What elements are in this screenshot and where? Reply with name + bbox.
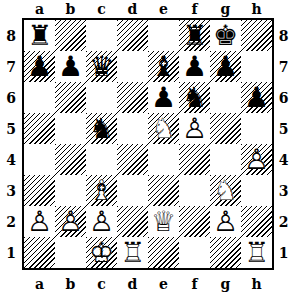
square-b2[interactable]: ♟♙ [55, 206, 86, 237]
board: ♜♜♚♟♟♛♝♟♟♟♞♟♞♞♘♟♙♟♙♝♗♞♘♟♙♟♙♟♙♛♕♟♙♚♔♜♖♜♖ [22, 18, 274, 270]
square-f3[interactable] [179, 175, 210, 206]
square-h5[interactable] [241, 113, 272, 144]
rank-label: 8 [6, 29, 16, 43]
square-c5[interactable]: ♞ [86, 113, 117, 144]
black-pawn-piece: ♟ [148, 82, 179, 113]
square-d2[interactable] [117, 206, 148, 237]
rank-label: 7 [279, 60, 289, 74]
square-a1[interactable] [24, 237, 55, 268]
square-h8[interactable] [241, 20, 272, 51]
square-f1[interactable] [179, 237, 210, 268]
black-bishop-piece: ♝ [148, 51, 179, 82]
file-label: e [148, 277, 179, 291]
square-h1[interactable]: ♜♖ [241, 237, 272, 268]
square-f2[interactable] [179, 206, 210, 237]
white-pawn-piece: ♟♙ [86, 206, 117, 237]
square-f8[interactable]: ♜ [179, 20, 210, 51]
square-g1[interactable] [210, 237, 241, 268]
black-pawn-piece: ♟ [241, 82, 272, 113]
square-e8[interactable] [148, 20, 179, 51]
white-pawn-piece: ♟♙ [24, 206, 55, 237]
square-h4[interactable]: ♟♙ [241, 144, 272, 175]
black-king-piece: ♚ [210, 20, 241, 51]
file-label: d [117, 2, 148, 16]
black-pawn-piece: ♟ [179, 51, 210, 82]
rank-label: 5 [279, 122, 289, 136]
square-c2[interactable]: ♟♙ [86, 206, 117, 237]
rank-label: 4 [279, 153, 289, 167]
square-h2[interactable] [241, 206, 272, 237]
black-rook-piece: ♜ [179, 20, 210, 51]
square-e7[interactable]: ♝ [148, 51, 179, 82]
square-b3[interactable] [55, 175, 86, 206]
rank-label: 1 [6, 246, 16, 260]
square-g4[interactable] [210, 144, 241, 175]
square-a4[interactable] [24, 144, 55, 175]
square-e6[interactable]: ♟ [148, 82, 179, 113]
file-labels-top: a b c d e f g h [22, 0, 274, 18]
rank-label: 6 [279, 91, 289, 105]
black-knight-piece: ♞ [179, 82, 210, 113]
square-h6[interactable]: ♟ [241, 82, 272, 113]
white-rook-piece: ♜♖ [117, 237, 148, 268]
square-d6[interactable] [117, 82, 148, 113]
square-e1[interactable] [148, 237, 179, 268]
file-label: d [117, 277, 148, 291]
square-e5[interactable]: ♞♘ [148, 113, 179, 144]
square-b7[interactable]: ♟ [55, 51, 86, 82]
file-label: h [241, 277, 272, 291]
square-f7[interactable]: ♟ [179, 51, 210, 82]
square-h3[interactable] [241, 175, 272, 206]
square-c7[interactable]: ♛ [86, 51, 117, 82]
square-h7[interactable] [241, 51, 272, 82]
black-pawn-piece: ♟ [210, 51, 241, 82]
white-pawn-piece: ♟♙ [241, 144, 272, 175]
rank-label: 4 [6, 153, 16, 167]
square-a5[interactable] [24, 113, 55, 144]
file-label: g [210, 2, 241, 16]
file-label: f [179, 2, 210, 16]
file-labels-bottom: a b c d e f g h [22, 270, 274, 295]
square-f5[interactable]: ♟♙ [179, 113, 210, 144]
file-label: h [241, 2, 272, 16]
square-a6[interactable] [24, 82, 55, 113]
black-pawn-piece: ♟ [55, 51, 86, 82]
square-c6[interactable] [86, 82, 117, 113]
square-a7[interactable]: ♟ [24, 51, 55, 82]
square-g3[interactable]: ♞♘ [210, 175, 241, 206]
white-rook-piece: ♜♖ [241, 237, 272, 268]
square-d8[interactable] [117, 20, 148, 51]
chess-diagram: a b c d e f g h 8 7 6 5 4 3 2 1 ♜♜♚♟♟♛♝♟… [0, 0, 293, 295]
file-label: b [55, 277, 86, 291]
white-king-piece: ♚♔ [86, 237, 117, 268]
square-b6[interactable] [55, 82, 86, 113]
file-label: c [86, 2, 117, 16]
square-c1[interactable]: ♚♔ [86, 237, 117, 268]
square-d5[interactable] [117, 113, 148, 144]
square-c3[interactable]: ♝♗ [86, 175, 117, 206]
file-label: e [148, 2, 179, 16]
square-e4[interactable] [148, 144, 179, 175]
file-label: a [24, 2, 55, 16]
rank-labels-left: 8 7 6 5 4 3 2 1 [0, 18, 22, 270]
square-g8[interactable]: ♚ [210, 20, 241, 51]
square-e2[interactable]: ♛♕ [148, 206, 179, 237]
square-d7[interactable] [117, 51, 148, 82]
black-rook-piece: ♜ [24, 20, 55, 51]
black-knight-piece: ♞ [86, 113, 117, 144]
rank-label: 2 [6, 215, 16, 229]
square-g5[interactable] [210, 113, 241, 144]
square-c8[interactable] [86, 20, 117, 51]
file-label: g [210, 277, 241, 291]
white-queen-piece: ♛♕ [148, 206, 179, 237]
file-label: a [24, 277, 55, 291]
square-f6[interactable]: ♞ [179, 82, 210, 113]
black-pawn-piece: ♟ [24, 51, 55, 82]
rank-label: 6 [6, 91, 16, 105]
square-a2[interactable]: ♟♙ [24, 206, 55, 237]
square-b1[interactable] [55, 237, 86, 268]
square-f4[interactable] [179, 144, 210, 175]
square-b8[interactable] [55, 20, 86, 51]
rank-labels-right: 8 7 6 5 4 3 2 1 [274, 18, 293, 270]
black-queen-piece: ♛ [86, 51, 117, 82]
file-label: f [179, 277, 210, 291]
rank-label: 3 [279, 184, 289, 198]
square-a3[interactable] [24, 175, 55, 206]
square-g6[interactable] [210, 82, 241, 113]
white-pawn-piece: ♟♙ [179, 113, 210, 144]
file-label: b [55, 2, 86, 16]
square-d4[interactable] [117, 144, 148, 175]
square-e3[interactable] [148, 175, 179, 206]
square-b4[interactable] [55, 144, 86, 175]
white-pawn-piece: ♟♙ [210, 206, 241, 237]
rank-label: 3 [6, 184, 16, 198]
white-pawn-piece: ♟♙ [55, 206, 86, 237]
white-knight-piece: ♞♘ [210, 175, 241, 206]
white-knight-piece: ♞♘ [148, 113, 179, 144]
square-b5[interactable] [55, 113, 86, 144]
square-a8[interactable]: ♜ [24, 20, 55, 51]
square-g7[interactable]: ♟ [210, 51, 241, 82]
file-label: c [86, 277, 117, 291]
board-frame: ♜♜♚♟♟♛♝♟♟♟♞♟♞♞♘♟♙♟♙♝♗♞♘♟♙♟♙♟♙♛♕♟♙♚♔♜♖♜♖ [22, 18, 274, 270]
rank-label: 5 [6, 122, 16, 136]
rank-label: 2 [279, 215, 289, 229]
square-g2[interactable]: ♟♙ [210, 206, 241, 237]
square-d3[interactable] [117, 175, 148, 206]
rank-label: 1 [279, 246, 289, 260]
rank-label: 7 [6, 60, 16, 74]
white-bishop-piece: ♝♗ [86, 175, 117, 206]
square-d1[interactable]: ♜♖ [117, 237, 148, 268]
square-c4[interactable] [86, 144, 117, 175]
rank-label: 8 [279, 29, 289, 43]
